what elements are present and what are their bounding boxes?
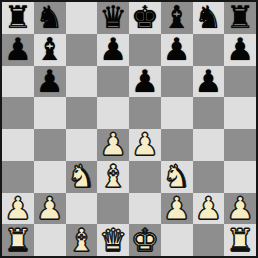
square-f2[interactable]: ♟ [161,193,193,225]
square-d6[interactable] [97,66,129,98]
square-c1[interactable]: ♝ [66,224,98,256]
square-b4[interactable] [34,129,66,161]
square-b7[interactable]: ♝ [34,34,66,66]
square-d7[interactable]: ♟ [97,34,129,66]
piece-white-pawn: ♟ [131,129,159,160]
square-h5[interactable] [224,97,256,129]
chess-board: ♜♞♛♚♝♞♜♟♝♟♟♟♟♟♟♟♟♞♝♞♟♟♟♟♟♜♝♛♚♜ [0,0,258,258]
square-c4[interactable] [66,129,98,161]
square-f4[interactable] [161,129,193,161]
piece-black-rook: ♜ [4,2,32,33]
square-f7[interactable]: ♟ [161,34,193,66]
square-c7[interactable] [66,34,98,66]
piece-black-pawn: ♟ [99,34,127,65]
square-h7[interactable]: ♟ [224,34,256,66]
square-b1[interactable] [34,224,66,256]
piece-white-king: ♚ [131,225,159,256]
square-f3[interactable]: ♞ [161,161,193,193]
square-h4[interactable] [224,129,256,161]
square-a7[interactable]: ♟ [2,34,34,66]
piece-black-pawn: ♟ [226,34,254,65]
chess-board-container: ♜♞♛♚♝♞♜♟♝♟♟♟♟♟♟♟♟♞♝♞♟♟♟♟♟♜♝♛♚♜ [0,0,258,258]
square-f5[interactable] [161,97,193,129]
square-b2[interactable]: ♟ [34,193,66,225]
square-h1[interactable]: ♜ [224,224,256,256]
square-g7[interactable] [193,34,225,66]
square-d2[interactable] [97,193,129,225]
square-d8[interactable]: ♛ [97,2,129,34]
piece-white-pawn: ♟ [226,193,254,224]
square-h8[interactable]: ♜ [224,2,256,34]
square-g5[interactable] [193,97,225,129]
square-e1[interactable]: ♚ [129,224,161,256]
square-h6[interactable] [224,66,256,98]
square-e8[interactable]: ♚ [129,2,161,34]
square-e5[interactable] [129,97,161,129]
square-b6[interactable]: ♟ [34,66,66,98]
piece-black-bishop: ♝ [36,34,64,65]
square-f8[interactable]: ♝ [161,2,193,34]
square-b5[interactable] [34,97,66,129]
piece-white-rook: ♜ [226,225,254,256]
square-c2[interactable] [66,193,98,225]
square-a1[interactable]: ♜ [2,224,34,256]
square-h3[interactable] [224,161,256,193]
square-a2[interactable]: ♟ [2,193,34,225]
piece-black-knight: ♞ [194,2,222,33]
piece-white-knight: ♞ [67,161,95,192]
piece-black-pawn: ♟ [131,66,159,97]
square-c3[interactable]: ♞ [66,161,98,193]
square-b8[interactable]: ♞ [34,2,66,34]
piece-black-pawn: ♟ [163,34,191,65]
square-c8[interactable] [66,2,98,34]
square-g2[interactable]: ♟ [193,193,225,225]
square-g3[interactable] [193,161,225,193]
piece-black-queen: ♛ [99,2,127,33]
square-c6[interactable] [66,66,98,98]
piece-black-bishop: ♝ [163,2,191,33]
piece-black-pawn: ♟ [36,66,64,97]
piece-white-pawn: ♟ [194,193,222,224]
piece-white-pawn: ♟ [99,129,127,160]
piece-white-bishop: ♝ [67,225,95,256]
piece-white-bishop: ♝ [99,161,127,192]
square-g1[interactable] [193,224,225,256]
piece-black-rook: ♜ [226,2,254,33]
square-e6[interactable]: ♟ [129,66,161,98]
square-c5[interactable] [66,97,98,129]
piece-white-pawn: ♟ [163,193,191,224]
piece-black-king: ♚ [131,2,159,33]
square-a5[interactable] [2,97,34,129]
square-g6[interactable]: ♟ [193,66,225,98]
square-g4[interactable] [193,129,225,161]
piece-black-pawn: ♟ [4,34,32,65]
square-d4[interactable]: ♟ [97,129,129,161]
square-e2[interactable] [129,193,161,225]
piece-black-pawn: ♟ [194,66,222,97]
piece-white-pawn: ♟ [36,193,64,224]
piece-white-rook: ♜ [4,225,32,256]
square-a3[interactable] [2,161,34,193]
square-a4[interactable] [2,129,34,161]
square-d5[interactable] [97,97,129,129]
square-a8[interactable]: ♜ [2,2,34,34]
square-g8[interactable]: ♞ [193,2,225,34]
piece-black-knight: ♞ [36,2,64,33]
square-e4[interactable]: ♟ [129,129,161,161]
piece-white-pawn: ♟ [4,193,32,224]
square-h2[interactable]: ♟ [224,193,256,225]
square-b3[interactable] [34,161,66,193]
piece-white-queen: ♛ [99,225,127,256]
square-e7[interactable] [129,34,161,66]
square-e3[interactable] [129,161,161,193]
square-d3[interactable]: ♝ [97,161,129,193]
piece-white-knight: ♞ [163,161,191,192]
square-f1[interactable] [161,224,193,256]
square-d1[interactable]: ♛ [97,224,129,256]
square-f6[interactable] [161,66,193,98]
square-a6[interactable] [2,66,34,98]
